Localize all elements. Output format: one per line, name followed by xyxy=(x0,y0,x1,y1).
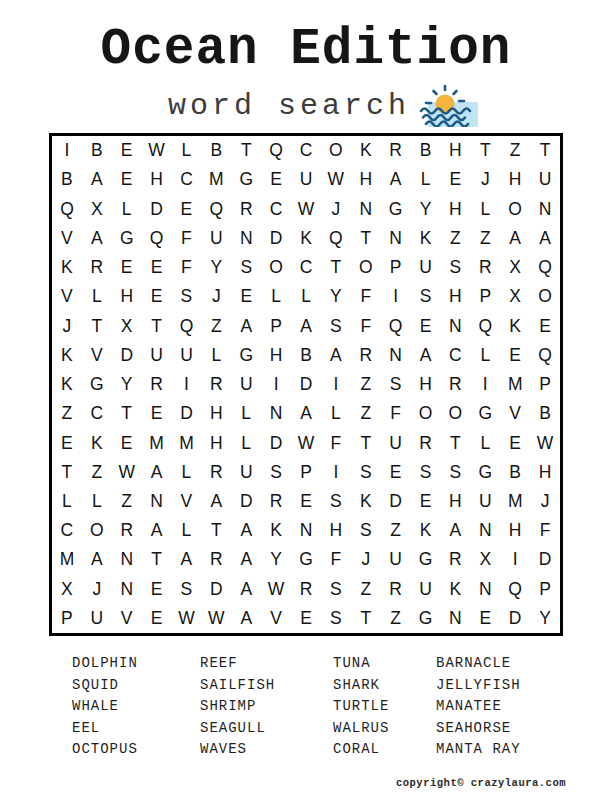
grid-cell-r10c9[interactable]: A xyxy=(291,399,321,428)
grid-cell-r2c2[interactable]: A xyxy=(82,165,112,194)
grid-cell-r13c14[interactable]: H xyxy=(440,487,470,516)
grid-cell-r17c3[interactable]: V xyxy=(112,604,142,633)
grid-cell-r13c11[interactable]: K xyxy=(351,487,381,516)
grid-cell-r3c2[interactable]: X xyxy=(82,195,112,224)
grid-cell-r9c12[interactable]: S xyxy=(381,370,411,399)
grid-cell-r2c9[interactable]: U xyxy=(291,165,321,194)
grid-cell-r8c7[interactable]: G xyxy=(231,341,261,370)
grid-cell-r7c15[interactable]: Q xyxy=(470,311,500,340)
grid-cell-r1c13[interactable]: B xyxy=(411,136,441,165)
grid-cell-r15c15[interactable]: X xyxy=(470,545,500,574)
grid-cell-r13c17[interactable]: J xyxy=(530,487,560,516)
word-list: DOLPHINSQUIDWHALEEELOCTOPUS REEFSAILFISH… xyxy=(72,653,612,761)
grid-cell-r16c14[interactable]: K xyxy=(440,575,470,604)
grid-cell-r1c7[interactable]: T xyxy=(231,136,261,165)
grid-cell-r4c9[interactable]: K xyxy=(291,224,321,253)
grid-cell-r4c5[interactable]: F xyxy=(172,224,202,253)
grid-cell-r14c3[interactable]: R xyxy=(112,516,142,545)
grid-cell-r10c1[interactable]: Z xyxy=(52,399,82,428)
grid-cell-r10c2[interactable]: C xyxy=(82,399,112,428)
word-search-page: Ocean Edition word search IBEWLBTQCOKRBH… xyxy=(0,0,612,792)
grid-cell-r2c13[interactable]: L xyxy=(411,165,441,194)
grid-cell-r12c3[interactable]: W xyxy=(112,458,142,487)
grid-cell-r6c6[interactable]: J xyxy=(201,282,231,311)
grid-cell-r10c10[interactable]: L xyxy=(321,399,351,428)
grid-cell-r2c7[interactable]: G xyxy=(231,165,261,194)
grid-cell-r12c10[interactable]: I xyxy=(321,458,351,487)
grid-cell-r13c13[interactable]: E xyxy=(411,487,441,516)
grid-cell-r4c4[interactable]: Q xyxy=(142,224,172,253)
grid-cell-r10c12[interactable]: F xyxy=(381,399,411,428)
grid-cell-r1c17[interactable]: T xyxy=(530,136,560,165)
grid-cell-r9c5[interactable]: I xyxy=(172,370,202,399)
grid-cell-r1c8[interactable]: Q xyxy=(261,136,291,165)
grid-cell-r6c12[interactable]: I xyxy=(381,282,411,311)
grid-cell-r5c11[interactable]: O xyxy=(351,253,381,282)
grid-cell-r15c9[interactable]: G xyxy=(291,545,321,574)
grid-cell-r10c7[interactable]: L xyxy=(231,399,261,428)
grid-cell-r15c11[interactable]: J xyxy=(351,545,381,574)
grid-cell-r3c17[interactable]: N xyxy=(530,195,560,224)
grid-cell-r7c10[interactable]: S xyxy=(321,311,351,340)
grid-cell-r12c6[interactable]: R xyxy=(201,458,231,487)
grid-cell-r12c14[interactable]: S xyxy=(440,458,470,487)
grid-cell-r15c13[interactable]: G xyxy=(411,545,441,574)
grid-cell-r1c5[interactable]: L xyxy=(172,136,202,165)
grid-cell-r3c10[interactable]: J xyxy=(321,195,351,224)
grid-cell-r17c13[interactable]: G xyxy=(411,604,441,633)
grid-cell-r14c15[interactable]: N xyxy=(470,516,500,545)
grid-cell-r3c14[interactable]: H xyxy=(440,195,470,224)
grid-cell-r4c6[interactable]: U xyxy=(201,224,231,253)
grid-cell-r5c17[interactable]: Q xyxy=(530,253,560,282)
grid-cell-r14c5[interactable]: L xyxy=(172,516,202,545)
grid-cell-r16c2[interactable]: J xyxy=(82,575,112,604)
grid-cell-r2c10[interactable]: W xyxy=(321,165,351,194)
grid-cell-r8c9[interactable]: B xyxy=(291,341,321,370)
grid-cell-r6c10[interactable]: Y xyxy=(321,282,351,311)
grid-cell-r7c16[interactable]: K xyxy=(500,311,530,340)
grid-cell-r4c1[interactable]: V xyxy=(52,224,82,253)
grid-cell-r9c8[interactable]: I xyxy=(261,370,291,399)
grid-cell-r2c11[interactable]: H xyxy=(351,165,381,194)
grid-cell-r11c10[interactable]: F xyxy=(321,428,351,457)
grid-cell-r8c13[interactable]: A xyxy=(411,341,441,370)
word-item: EEL xyxy=(72,718,200,740)
grid-cell-r4c12[interactable]: N xyxy=(381,224,411,253)
grid-cell-r13c4[interactable]: N xyxy=(142,487,172,516)
grid-cell-r10c16[interactable]: V xyxy=(500,399,530,428)
grid-cell-r17c2[interactable]: U xyxy=(82,604,112,633)
grid-cell-r17c9[interactable]: E xyxy=(291,604,321,633)
grid-cell-r16c10[interactable]: S xyxy=(321,575,351,604)
grid-cell-r12c12[interactable]: E xyxy=(381,458,411,487)
grid-cell-r4c13[interactable]: K xyxy=(411,224,441,253)
grid-cell-r11c16[interactable]: E xyxy=(500,428,530,457)
grid-cell-r13c1[interactable]: L xyxy=(52,487,82,516)
grid-cell-r5c3[interactable]: E xyxy=(112,253,142,282)
grid-cell-r8c17[interactable]: Q xyxy=(530,341,560,370)
grid-cell-r1c11[interactable]: K xyxy=(351,136,381,165)
grid-cell-r16c12[interactable]: R xyxy=(381,575,411,604)
grid-cell-r9c3[interactable]: Y xyxy=(112,370,142,399)
grid-cell-r17c6[interactable]: W xyxy=(201,604,231,633)
grid-cell-r14c10[interactable]: H xyxy=(321,516,351,545)
word-column: REEFSAILFISHSHRIMPSEAGULLWAVES xyxy=(200,653,333,761)
grid-cell-r3c11[interactable]: N xyxy=(351,195,381,224)
grid-cell-r5c6[interactable]: Y xyxy=(201,253,231,282)
grid-cell-r9c9[interactable]: D xyxy=(291,370,321,399)
grid-cell-r11c5[interactable]: M xyxy=(172,428,202,457)
grid-cell-r16c5[interactable]: S xyxy=(172,575,202,604)
grid-cell-r9c13[interactable]: H xyxy=(411,370,441,399)
grid-cell-r17c4[interactable]: E xyxy=(142,604,172,633)
grid-cell-r12c7[interactable]: U xyxy=(231,458,261,487)
grid-cell-r2c8[interactable]: E xyxy=(261,165,291,194)
grid-cell-r13c7[interactable]: D xyxy=(231,487,261,516)
grid-cell-r1c12[interactable]: R xyxy=(381,136,411,165)
grid-cell-r11c12[interactable]: U xyxy=(381,428,411,457)
grid-cell-r2c6[interactable]: M xyxy=(201,165,231,194)
grid-cell-r14c16[interactable]: H xyxy=(500,516,530,545)
grid-cell-r6c8[interactable]: L xyxy=(261,282,291,311)
grid-cell-r12c9[interactable]: P xyxy=(291,458,321,487)
grid-cell-r10c15[interactable]: G xyxy=(470,399,500,428)
grid-cell-r2c17[interactable]: U xyxy=(530,165,560,194)
grid-cell-r16c9[interactable]: R xyxy=(291,575,321,604)
grid-cell-r6c3[interactable]: H xyxy=(112,282,142,311)
grid-cell-r8c8[interactable]: H xyxy=(261,341,291,370)
grid-cell-r6c1[interactable]: V xyxy=(52,282,82,311)
grid-cell-r13c9[interactable]: E xyxy=(291,487,321,516)
grid-cell-r14c9[interactable]: N xyxy=(291,516,321,545)
grid-cell-r16c11[interactable]: Z xyxy=(351,575,381,604)
grid-cell-r11c4[interactable]: M xyxy=(142,428,172,457)
grid-cell-r14c12[interactable]: Z xyxy=(381,516,411,545)
grid-cell-r9c16[interactable]: M xyxy=(500,370,530,399)
grid-cell-r3c15[interactable]: L xyxy=(470,195,500,224)
grid-cell-r9c14[interactable]: R xyxy=(440,370,470,399)
word-item: MANATEE xyxy=(436,696,612,718)
grid-cell-r16c4[interactable]: E xyxy=(142,575,172,604)
grid-cell-r5c5[interactable]: F xyxy=(172,253,202,282)
grid-cell-r4c8[interactable]: D xyxy=(261,224,291,253)
grid-cell-r12c1[interactable]: T xyxy=(52,458,82,487)
grid-cell-r17c10[interactable]: S xyxy=(321,604,351,633)
grid-cell-r9c11[interactable]: Z xyxy=(351,370,381,399)
grid-cell-r11c1[interactable]: E xyxy=(52,428,82,457)
grid-cell-r10c13[interactable]: O xyxy=(411,399,441,428)
grid-cell-r9c7[interactable]: U xyxy=(231,370,261,399)
grid-cell-r16c16[interactable]: Q xyxy=(500,575,530,604)
grid-cell-r15c3[interactable]: N xyxy=(112,545,142,574)
grid-cell-r4c15[interactable]: Z xyxy=(470,224,500,253)
grid-cell-r6c13[interactable]: S xyxy=(411,282,441,311)
grid-cell-r5c14[interactable]: S xyxy=(440,253,470,282)
grid-cell-r8c14[interactable]: C xyxy=(440,341,470,370)
grid-cell-r14c8[interactable]: K xyxy=(261,516,291,545)
grid-cell-r16c1[interactable]: X xyxy=(52,575,82,604)
grid-cell-r6c15[interactable]: P xyxy=(470,282,500,311)
grid-cell-r5c10[interactable]: T xyxy=(321,253,351,282)
grid-cell-r8c5[interactable]: U xyxy=(172,341,202,370)
grid-cell-r10c17[interactable]: B xyxy=(530,399,560,428)
grid-cell-r14c4[interactable]: A xyxy=(142,516,172,545)
grid-cell-r3c9[interactable]: W xyxy=(291,195,321,224)
grid-cell-r5c4[interactable]: E xyxy=(142,253,172,282)
grid-cell-r15c12[interactable]: U xyxy=(381,545,411,574)
grid-cell-r6c7[interactable]: E xyxy=(231,282,261,311)
grid-cell-r12c16[interactable]: B xyxy=(500,458,530,487)
grid-cell-r17c5[interactable]: W xyxy=(172,604,202,633)
grid-cell-r10c4[interactable]: E xyxy=(142,399,172,428)
grid-cell-r7c9[interactable]: A xyxy=(291,311,321,340)
grid-cell-r1c3[interactable]: E xyxy=(112,136,142,165)
grid-cell-r10c3[interactable]: T xyxy=(112,399,142,428)
grid-cell-r7c8[interactable]: P xyxy=(261,311,291,340)
grid-cell-r14c7[interactable]: A xyxy=(231,516,261,545)
grid-cell-r8c16[interactable]: E xyxy=(500,341,530,370)
grid-cell-r9c17[interactable]: P xyxy=(530,370,560,399)
word-item: SEAHORSE xyxy=(436,718,612,740)
grid-cell-r9c2[interactable]: G xyxy=(82,370,112,399)
grid-cell-r17c14[interactable]: N xyxy=(440,604,470,633)
grid-cell-r14c13[interactable]: K xyxy=(411,516,441,545)
grid-cell-r2c1[interactable]: B xyxy=(52,165,82,194)
grid-cell-r5c15[interactable]: R xyxy=(470,253,500,282)
grid-cell-r10c6[interactable]: H xyxy=(201,399,231,428)
grid-cell-r15c16[interactable]: I xyxy=(500,545,530,574)
grid-cell-r1c16[interactable]: Z xyxy=(500,136,530,165)
grid-cell-r16c3[interactable]: N xyxy=(112,575,142,604)
grid-cell-r7c1[interactable]: J xyxy=(52,311,82,340)
grid-cell-r9c6[interactable]: R xyxy=(201,370,231,399)
grid-cell-r8c15[interactable]: L xyxy=(470,341,500,370)
grid-cell-r14c6[interactable]: T xyxy=(201,516,231,545)
grid-cell-r10c11[interactable]: Z xyxy=(351,399,381,428)
word-column: TUNASHARKTURTLEWALRUSCORAL xyxy=(333,653,436,761)
grid-cell-r1c10[interactable]: O xyxy=(321,136,351,165)
grid-cell-r6c2[interactable]: L xyxy=(82,282,112,311)
grid-cell-r5c2[interactable]: R xyxy=(82,253,112,282)
grid-cell-r5c16[interactable]: X xyxy=(500,253,530,282)
grid-cell-r7c7[interactable]: A xyxy=(231,311,261,340)
grid-cell-r14c11[interactable]: S xyxy=(351,516,381,545)
grid-cell-r3c5[interactable]: E xyxy=(172,195,202,224)
grid-cell-r12c5[interactable]: L xyxy=(172,458,202,487)
grid-cell-r5c7[interactable]: S xyxy=(231,253,261,282)
grid-cell-r12c2[interactable]: Z xyxy=(82,458,112,487)
grid-cell-r15c17[interactable]: D xyxy=(530,545,560,574)
grid-cell-r3c12[interactable]: G xyxy=(381,195,411,224)
grid-cell-r3c8[interactable]: C xyxy=(261,195,291,224)
grid-cell-r8c12[interactable]: N xyxy=(381,341,411,370)
grid-cell-r17c12[interactable]: Z xyxy=(381,604,411,633)
grid-cell-r8c3[interactable]: D xyxy=(112,341,142,370)
grid-cell-r13c8[interactable]: R xyxy=(261,487,291,516)
grid-cell-r11c7[interactable]: L xyxy=(231,428,261,457)
grid-cell-r15c10[interactable]: F xyxy=(321,545,351,574)
grid-cell-r6c16[interactable]: X xyxy=(500,282,530,311)
grid-cell-r12c15[interactable]: G xyxy=(470,458,500,487)
grid-cell-r1c15[interactable]: T xyxy=(470,136,500,165)
grid-cell-r7c4[interactable]: T xyxy=(142,311,172,340)
grid-cell-r11c8[interactable]: D xyxy=(261,428,291,457)
grid-cell-r11c6[interactable]: H xyxy=(201,428,231,457)
grid-cell-r4c3[interactable]: G xyxy=(112,224,142,253)
grid-cell-r10c14[interactable]: O xyxy=(440,399,470,428)
grid-cell-r10c5[interactable]: D xyxy=(172,399,202,428)
grid-cell-r4c17[interactable]: A xyxy=(530,224,560,253)
grid-cell-r16c7[interactable]: A xyxy=(231,575,261,604)
grid-cell-r1c6[interactable]: B xyxy=(201,136,231,165)
grid-cell-r7c2[interactable]: T xyxy=(82,311,112,340)
grid-cell-r13c6[interactable]: A xyxy=(201,487,231,516)
grid-cell-r11c3[interactable]: E xyxy=(112,428,142,457)
grid-cell-r11c11[interactable]: T xyxy=(351,428,381,457)
grid-cell-r7c11[interactable]: F xyxy=(351,311,381,340)
word-item: JELLYFISH xyxy=(436,675,612,697)
grid-cell-r17c1[interactable]: P xyxy=(52,604,82,633)
grid-cell-r4c16[interactable]: A xyxy=(500,224,530,253)
grid-cell-r2c12[interactable]: A xyxy=(381,165,411,194)
grid-cell-r13c2[interactable]: L xyxy=(82,487,112,516)
grid-cell-r3c3[interactable]: L xyxy=(112,195,142,224)
grid-cell-r12c8[interactable]: S xyxy=(261,458,291,487)
word-item: SHARK xyxy=(333,675,436,697)
grid-cell-r7c17[interactable]: E xyxy=(530,311,560,340)
grid-cell-r2c15[interactable]: J xyxy=(470,165,500,194)
grid-cell-r9c15[interactable]: I xyxy=(470,370,500,399)
grid-cell-r12c11[interactable]: S xyxy=(351,458,381,487)
grid-cell-r11c13[interactable]: R xyxy=(411,428,441,457)
grid-cell-r15c5[interactable]: A xyxy=(172,545,202,574)
grid-cell-r1c1[interactable]: I xyxy=(52,136,82,165)
grid-cell-r2c14[interactable]: E xyxy=(440,165,470,194)
grid-cell-r1c2[interactable]: B xyxy=(82,136,112,165)
grid-cell-r8c6[interactable]: L xyxy=(201,341,231,370)
grid-cell-r11c17[interactable]: W xyxy=(530,428,560,457)
grid-cell-r12c17[interactable]: H xyxy=(530,458,560,487)
grid-cell-r16c13[interactable]: U xyxy=(411,575,441,604)
grid-cell-r2c3[interactable]: E xyxy=(112,165,142,194)
grid-cell-r12c4[interactable]: A xyxy=(142,458,172,487)
grid-cell-r14c2[interactable]: O xyxy=(82,516,112,545)
grid-cell-r1c9[interactable]: C xyxy=(291,136,321,165)
grid-cell-r15c8[interactable]: Y xyxy=(261,545,291,574)
grid-cell-r11c9[interactable]: W xyxy=(291,428,321,457)
grid-cell-r17c8[interactable]: V xyxy=(261,604,291,633)
grid-cell-r7c5[interactable]: Q xyxy=(172,311,202,340)
grid-cell-r13c10[interactable]: S xyxy=(321,487,351,516)
grid-cell-r3c16[interactable]: O xyxy=(500,195,530,224)
grid-cell-r17c16[interactable]: D xyxy=(500,604,530,633)
grid-cell-r8c1[interactable]: K xyxy=(52,341,82,370)
grid-cell-r7c14[interactable]: N xyxy=(440,311,470,340)
grid-cell-r11c15[interactable]: L xyxy=(470,428,500,457)
grid-cell-r3c7[interactable]: R xyxy=(231,195,261,224)
grid-cell-r11c2[interactable]: K xyxy=(82,428,112,457)
grid-cell-r17c7[interactable]: A xyxy=(231,604,261,633)
grid-cell-r15c1[interactable]: M xyxy=(52,545,82,574)
grid-cell-r7c6[interactable]: Z xyxy=(201,311,231,340)
grid-cell-r17c11[interactable]: T xyxy=(351,604,381,633)
grid-cell-r11c14[interactable]: T xyxy=(440,428,470,457)
grid-cell-r6c5[interactable]: S xyxy=(172,282,202,311)
grid-cell-r4c7[interactable]: N xyxy=(231,224,261,253)
grid-cell-r7c3[interactable]: X xyxy=(112,311,142,340)
grid-cell-r5c9[interactable]: C xyxy=(291,253,321,282)
grid-cell-r8c2[interactable]: V xyxy=(82,341,112,370)
grid-cell-r5c12[interactable]: P xyxy=(381,253,411,282)
grid-cell-r13c3[interactable]: Z xyxy=(112,487,142,516)
grid-cell-r3c6[interactable]: Q xyxy=(201,195,231,224)
grid-cell-r4c11[interactable]: T xyxy=(351,224,381,253)
word-item: DOLPHIN xyxy=(72,653,200,675)
grid-cell-r3c13[interactable]: Y xyxy=(411,195,441,224)
grid-cell-r4c2[interactable]: A xyxy=(82,224,112,253)
grid-cell-r15c4[interactable]: T xyxy=(142,545,172,574)
grid-cell-r5c8[interactable]: O xyxy=(261,253,291,282)
grid-cell-r4c10[interactable]: Q xyxy=(321,224,351,253)
grid-cell-r16c6[interactable]: D xyxy=(201,575,231,604)
grid-cell-r6c9[interactable]: L xyxy=(291,282,321,311)
grid-cell-r9c4[interactable]: R xyxy=(142,370,172,399)
grid-cell-r16c8[interactable]: W xyxy=(261,575,291,604)
grid-cell-r12c13[interactable]: S xyxy=(411,458,441,487)
grid-cell-r7c12[interactable]: Q xyxy=(381,311,411,340)
grid-cell-r9c10[interactable]: I xyxy=(321,370,351,399)
grid-cell-r15c6[interactable]: R xyxy=(201,545,231,574)
grid-cell-r8c10[interactable]: A xyxy=(321,341,351,370)
grid-cell-r14c1[interactable]: C xyxy=(52,516,82,545)
grid-cell-r1c4[interactable]: W xyxy=(142,136,172,165)
word-item: REEF xyxy=(200,653,333,675)
grid-cell-r14c17[interactable]: F xyxy=(530,516,560,545)
grid-cell-r10c8[interactable]: N xyxy=(261,399,291,428)
grid-cell-r16c15[interactable]: N xyxy=(470,575,500,604)
grid-cell-r5c1[interactable]: K xyxy=(52,253,82,282)
grid-cell-r6c4[interactable]: E xyxy=(142,282,172,311)
grid-cell-r2c4[interactable]: H xyxy=(142,165,172,194)
grid-cell-r8c11[interactable]: R xyxy=(351,341,381,370)
grid-cell-r2c5[interactable]: C xyxy=(172,165,202,194)
grid-cell-r15c2[interactable]: A xyxy=(82,545,112,574)
grid-cell-r8c4[interactable]: U xyxy=(142,341,172,370)
grid-cell-r1c14[interactable]: H xyxy=(440,136,470,165)
grid-cell-r5c13[interactable]: U xyxy=(411,253,441,282)
grid-cell-r6c14[interactable]: H xyxy=(440,282,470,311)
grid-cell-r14c14[interactable]: A xyxy=(440,516,470,545)
grid-cell-r6c17[interactable]: O xyxy=(530,282,560,311)
grid-cell-r17c15[interactable]: E xyxy=(470,604,500,633)
grid-cell-r13c16[interactable]: M xyxy=(500,487,530,516)
grid-cell-r15c14[interactable]: R xyxy=(440,545,470,574)
grid-cell-r7c13[interactable]: E xyxy=(411,311,441,340)
grid-cell-r16c17[interactable]: P xyxy=(530,575,560,604)
grid-cell-r9c1[interactable]: K xyxy=(52,370,82,399)
grid-cell-r15c7[interactable]: A xyxy=(231,545,261,574)
grid-cell-r3c4[interactable]: D xyxy=(142,195,172,224)
grid-cell-r13c5[interactable]: V xyxy=(172,487,202,516)
grid-cell-r3c1[interactable]: Q xyxy=(52,195,82,224)
grid-cell-r6c11[interactable]: F xyxy=(351,282,381,311)
grid-cell-r13c12[interactable]: D xyxy=(381,487,411,516)
grid-cell-r4c14[interactable]: Z xyxy=(440,224,470,253)
grid-cell-r17c17[interactable]: Y xyxy=(530,604,560,633)
grid-cell-r13c15[interactable]: U xyxy=(470,487,500,516)
grid-cell-r2c16[interactable]: H xyxy=(500,165,530,194)
